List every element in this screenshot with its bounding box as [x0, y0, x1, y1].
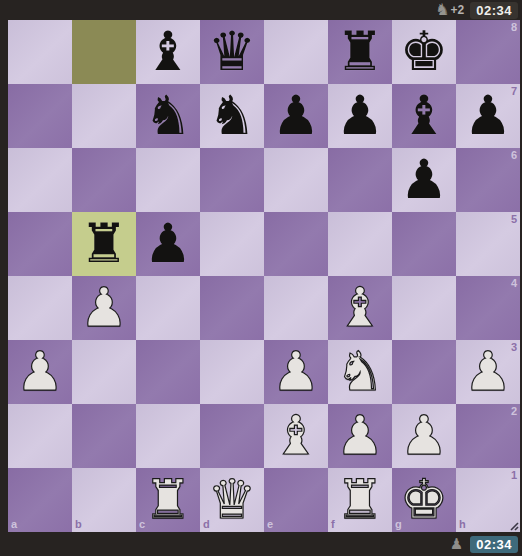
piece-white-bishop[interactable]: ♝: [328, 276, 392, 340]
square-f1[interactable]: ♜f: [328, 468, 392, 532]
square-d7[interactable]: ♞: [200, 84, 264, 148]
piece-black-knight[interactable]: ♞: [200, 84, 264, 148]
piece-black-pawn[interactable]: ♟: [328, 84, 392, 148]
bottom-player-bar: ♟ 02:34: [0, 532, 522, 556]
square-e2[interactable]: ♝: [264, 404, 328, 468]
square-a1[interactable]: a: [8, 468, 72, 532]
piece-white-king[interactable]: ♚: [392, 468, 456, 532]
piece-black-queen[interactable]: ♛: [200, 20, 264, 84]
resize-handle-icon[interactable]: [507, 519, 519, 531]
square-h2[interactable]: 2: [456, 404, 520, 468]
bottom-captured-pieces: ♟: [450, 537, 464, 552]
square-a7[interactable]: [8, 84, 72, 148]
chess-board[interactable]: ♝♛♜♚8♞♞♟♟♝♟7♟6♜♟5♟♝4♟♟♞♟3♝♟♟2ab♜c♛de♜f♚g…: [8, 20, 520, 532]
square-a3[interactable]: ♟: [8, 340, 72, 404]
square-c7[interactable]: ♞: [136, 84, 200, 148]
piece-black-pawn[interactable]: ♟: [456, 84, 520, 148]
square-b1[interactable]: b: [72, 468, 136, 532]
square-f2[interactable]: ♟: [328, 404, 392, 468]
top-material-advantage: +2: [451, 3, 465, 17]
piece-black-rook[interactable]: ♜: [328, 20, 392, 84]
square-g3[interactable]: [392, 340, 456, 404]
piece-white-bishop[interactable]: ♝: [264, 404, 328, 468]
piece-white-pawn[interactable]: ♟: [392, 404, 456, 468]
square-f3[interactable]: ♞: [328, 340, 392, 404]
square-d1[interactable]: ♛d: [200, 468, 264, 532]
piece-black-pawn[interactable]: ♟: [264, 84, 328, 148]
square-d5[interactable]: [200, 212, 264, 276]
coord-rank-8: 8: [511, 22, 517, 33]
square-e1[interactable]: e: [264, 468, 328, 532]
piece-black-bishop[interactable]: ♝: [392, 84, 456, 148]
coord-file-h: h: [459, 519, 466, 530]
square-c5[interactable]: ♟: [136, 212, 200, 276]
square-e5[interactable]: [264, 212, 328, 276]
piece-white-pawn[interactable]: ♟: [8, 340, 72, 404]
piece-white-rook[interactable]: ♜: [136, 468, 200, 532]
square-c2[interactable]: [136, 404, 200, 468]
top-captured-pieces: ♞ +2: [435, 2, 464, 18]
square-g2[interactable]: ♟: [392, 404, 456, 468]
square-b5[interactable]: ♜: [72, 212, 136, 276]
piece-black-rook[interactable]: ♜: [72, 212, 136, 276]
square-e7[interactable]: ♟: [264, 84, 328, 148]
piece-black-pawn[interactable]: ♟: [136, 212, 200, 276]
square-f6[interactable]: [328, 148, 392, 212]
square-g6[interactable]: ♟: [392, 148, 456, 212]
square-h8[interactable]: 8: [456, 20, 520, 84]
square-h7[interactable]: ♟7: [456, 84, 520, 148]
bottom-player-clock: 02:34: [470, 536, 518, 553]
coord-file-a: a: [11, 519, 17, 530]
square-b3[interactable]: [72, 340, 136, 404]
square-b2[interactable]: [72, 404, 136, 468]
square-a4[interactable]: [8, 276, 72, 340]
square-d8[interactable]: ♛: [200, 20, 264, 84]
square-a6[interactable]: [8, 148, 72, 212]
square-c3[interactable]: [136, 340, 200, 404]
square-e3[interactable]: ♟: [264, 340, 328, 404]
square-e4[interactable]: [264, 276, 328, 340]
coord-rank-2: 2: [511, 406, 517, 417]
square-f4[interactable]: ♝: [328, 276, 392, 340]
piece-white-pawn[interactable]: ♟: [328, 404, 392, 468]
coord-rank-5: 5: [511, 214, 517, 225]
square-a2[interactable]: [8, 404, 72, 468]
piece-white-rook[interactable]: ♜: [328, 468, 392, 532]
coord-rank-1: 1: [511, 470, 517, 481]
square-h4[interactable]: 4: [456, 276, 520, 340]
coord-file-b: b: [75, 519, 82, 530]
square-g5[interactable]: [392, 212, 456, 276]
square-a8[interactable]: [8, 20, 72, 84]
piece-black-king[interactable]: ♚: [392, 20, 456, 84]
square-c6[interactable]: [136, 148, 200, 212]
square-d6[interactable]: [200, 148, 264, 212]
square-d3[interactable]: [200, 340, 264, 404]
square-c1[interactable]: ♜c: [136, 468, 200, 532]
square-g8[interactable]: ♚: [392, 20, 456, 84]
captured-pawn-icon: ♟: [450, 537, 463, 552]
square-a5[interactable]: [8, 212, 72, 276]
square-g4[interactable]: [392, 276, 456, 340]
square-h6[interactable]: 6: [456, 148, 520, 212]
square-h3[interactable]: ♟3: [456, 340, 520, 404]
piece-white-pawn[interactable]: ♟: [456, 340, 520, 404]
coord-rank-4: 4: [511, 278, 517, 289]
square-f8[interactable]: ♜: [328, 20, 392, 84]
top-player-clock: 02:34: [470, 2, 518, 19]
piece-white-pawn[interactable]: ♟: [264, 340, 328, 404]
coord-rank-6: 6: [511, 150, 517, 161]
captured-knight-icon: ♞: [435, 2, 449, 18]
piece-black-knight[interactable]: ♞: [136, 84, 200, 148]
square-g7[interactable]: ♝: [392, 84, 456, 148]
square-b4[interactable]: ♟: [72, 276, 136, 340]
square-b8[interactable]: [72, 20, 136, 84]
piece-white-knight[interactable]: ♞: [328, 340, 392, 404]
piece-white-queen[interactable]: ♛: [200, 468, 264, 532]
square-f5[interactable]: [328, 212, 392, 276]
square-h5[interactable]: 5: [456, 212, 520, 276]
square-e8[interactable]: [264, 20, 328, 84]
square-c4[interactable]: [136, 276, 200, 340]
square-d2[interactable]: [200, 404, 264, 468]
square-g1[interactable]: ♚g: [392, 468, 456, 532]
square-d4[interactable]: [200, 276, 264, 340]
top-player-bar: ♞ +2 02:34: [0, 0, 522, 20]
piece-black-pawn[interactable]: ♟: [392, 148, 456, 212]
piece-white-pawn[interactable]: ♟: [72, 276, 136, 340]
square-c8[interactable]: ♝: [136, 20, 200, 84]
square-b6[interactable]: [72, 148, 136, 212]
square-e6[interactable]: [264, 148, 328, 212]
coord-file-e: e: [267, 519, 273, 530]
piece-black-bishop[interactable]: ♝: [136, 20, 200, 84]
square-f7[interactable]: ♟: [328, 84, 392, 148]
square-b7[interactable]: [72, 84, 136, 148]
